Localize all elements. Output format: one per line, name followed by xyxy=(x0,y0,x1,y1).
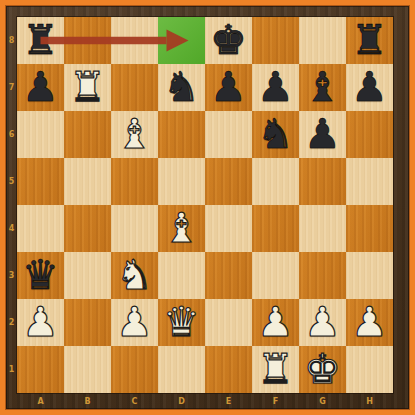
square-h1[interactable] xyxy=(346,346,393,393)
square-h2[interactable]: ♟︎ xyxy=(346,299,393,346)
square-b2[interactable] xyxy=(64,299,111,346)
white-bishop-d4[interactable]: ♝︎ xyxy=(163,205,200,252)
square-g7[interactable]: ♝︎ xyxy=(299,64,346,111)
white-pawn-h2[interactable]: ♟︎ xyxy=(351,299,388,346)
square-d8[interactable] xyxy=(158,17,205,64)
black-rook-h8[interactable]: ♜︎ xyxy=(351,17,388,64)
white-queen-d2[interactable]: ♛︎ xyxy=(163,299,200,346)
file-label-h: H xyxy=(346,393,393,409)
square-d3[interactable] xyxy=(158,252,205,299)
white-rook-f1[interactable]: ♜︎ xyxy=(257,346,294,393)
file-label-b: B xyxy=(64,393,111,409)
square-d2[interactable]: ♛︎ xyxy=(158,299,205,346)
square-c5[interactable] xyxy=(111,158,158,205)
rank-label-7: 7 xyxy=(6,64,17,111)
square-f4[interactable] xyxy=(252,205,299,252)
square-c8[interactable] xyxy=(111,17,158,64)
square-f7[interactable]: ♟︎ xyxy=(252,64,299,111)
square-g1[interactable]: ♚︎ xyxy=(299,346,346,393)
square-c4[interactable] xyxy=(111,205,158,252)
square-c2[interactable]: ♟︎ xyxy=(111,299,158,346)
square-b3[interactable] xyxy=(64,252,111,299)
square-e2[interactable] xyxy=(205,299,252,346)
square-b6[interactable] xyxy=(64,111,111,158)
file-label-g: G xyxy=(299,393,346,409)
square-a8[interactable]: ♜︎ xyxy=(17,17,64,64)
black-pawn-a7[interactable]: ♟︎ xyxy=(22,64,59,111)
rank-label-6: 6 xyxy=(6,111,17,158)
square-a7[interactable]: ♟︎ xyxy=(17,64,64,111)
white-bishop-c6[interactable]: ♝︎ xyxy=(116,111,153,158)
square-g2[interactable]: ♟︎ xyxy=(299,299,346,346)
rank-label-4: 4 xyxy=(6,205,17,252)
rank-label-2: 2 xyxy=(6,299,17,346)
black-pawn-h7[interactable]: ♟︎ xyxy=(351,64,388,111)
square-b4[interactable] xyxy=(64,205,111,252)
square-h3[interactable] xyxy=(346,252,393,299)
square-a6[interactable] xyxy=(17,111,64,158)
square-e6[interactable] xyxy=(205,111,252,158)
square-e3[interactable] xyxy=(205,252,252,299)
square-g4[interactable] xyxy=(299,205,346,252)
square-b1[interactable] xyxy=(64,346,111,393)
square-h6[interactable] xyxy=(346,111,393,158)
black-pawn-e7[interactable]: ♟︎ xyxy=(210,64,247,111)
square-c3[interactable]: ♞︎ xyxy=(111,252,158,299)
square-a3[interactable]: ♛︎ xyxy=(17,252,64,299)
square-a1[interactable] xyxy=(17,346,64,393)
black-pawn-g6[interactable]: ♟︎ xyxy=(304,111,341,158)
white-pawn-f2[interactable]: ♟︎ xyxy=(257,299,294,346)
file-label-c: C xyxy=(111,393,158,409)
square-h4[interactable] xyxy=(346,205,393,252)
square-g8[interactable] xyxy=(299,17,346,64)
square-e7[interactable]: ♟︎ xyxy=(205,64,252,111)
black-queen-a3[interactable]: ♛︎ xyxy=(22,252,59,299)
square-h7[interactable]: ♟︎ xyxy=(346,64,393,111)
square-f3[interactable] xyxy=(252,252,299,299)
rank-label-8: 8 xyxy=(6,17,17,64)
square-d7[interactable]: ♞︎ xyxy=(158,64,205,111)
white-rook-b7[interactable]: ♜︎ xyxy=(69,64,106,111)
square-d1[interactable] xyxy=(158,346,205,393)
black-knight-f6[interactable]: ♞︎ xyxy=(257,111,294,158)
square-e8[interactable]: ♚︎ xyxy=(205,17,252,64)
square-b8[interactable] xyxy=(64,17,111,64)
rank-label-3: 3 xyxy=(6,252,17,299)
black-bishop-g7[interactable]: ♝︎ xyxy=(304,64,341,111)
rank-labels: 87654321 xyxy=(6,17,17,393)
square-h5[interactable] xyxy=(346,158,393,205)
white-pawn-g2[interactable]: ♟︎ xyxy=(304,299,341,346)
square-a2[interactable]: ♟︎ xyxy=(17,299,64,346)
square-h8[interactable]: ♜︎ xyxy=(346,17,393,64)
file-labels: ABCDEFGH xyxy=(17,393,393,409)
square-d4[interactable]: ♝︎ xyxy=(158,205,205,252)
square-c6[interactable]: ♝︎ xyxy=(111,111,158,158)
square-g3[interactable] xyxy=(299,252,346,299)
chess-board-window: ♜︎♚︎♜︎♟︎♜︎♞︎♟︎♟︎♝︎♟︎♝︎♞︎♟︎♝︎♛︎♞︎♟︎♟︎♛︎♟︎… xyxy=(0,0,415,415)
square-b7[interactable]: ♜︎ xyxy=(64,64,111,111)
square-f8[interactable] xyxy=(252,17,299,64)
chess-board: ♜︎♚︎♜︎♟︎♜︎♞︎♟︎♟︎♝︎♟︎♝︎♞︎♟︎♝︎♛︎♞︎♟︎♟︎♛︎♟︎… xyxy=(17,17,393,393)
square-f1[interactable]: ♜︎ xyxy=(252,346,299,393)
square-g5[interactable] xyxy=(299,158,346,205)
file-label-e: E xyxy=(205,393,252,409)
black-pawn-f7[interactable]: ♟︎ xyxy=(257,64,294,111)
square-d6[interactable] xyxy=(158,111,205,158)
black-king-e8[interactable]: ♚︎ xyxy=(210,17,247,64)
square-c7[interactable] xyxy=(111,64,158,111)
white-pawn-a2[interactable]: ♟︎ xyxy=(22,299,59,346)
rank-label-1: 1 xyxy=(6,346,17,393)
square-d5[interactable] xyxy=(158,158,205,205)
square-e4[interactable] xyxy=(205,205,252,252)
square-e5[interactable] xyxy=(205,158,252,205)
file-label-d: D xyxy=(158,393,205,409)
square-g6[interactable]: ♟︎ xyxy=(299,111,346,158)
square-c1[interactable] xyxy=(111,346,158,393)
black-rook-a8[interactable]: ♜︎ xyxy=(22,17,59,64)
black-knight-d7[interactable]: ♞︎ xyxy=(163,64,200,111)
square-f6[interactable]: ♞︎ xyxy=(252,111,299,158)
white-pawn-c2[interactable]: ♟︎ xyxy=(116,299,153,346)
file-label-a: A xyxy=(17,393,64,409)
square-a4[interactable] xyxy=(17,205,64,252)
square-f5[interactable] xyxy=(252,158,299,205)
file-label-f: F xyxy=(252,393,299,409)
square-f2[interactable]: ♟︎ xyxy=(252,299,299,346)
square-b5[interactable] xyxy=(64,158,111,205)
white-knight-c3[interactable]: ♞︎ xyxy=(116,252,153,299)
square-a5[interactable] xyxy=(17,158,64,205)
square-e1[interactable] xyxy=(205,346,252,393)
rank-label-5: 5 xyxy=(6,158,17,205)
white-king-g1[interactable]: ♚︎ xyxy=(304,346,341,393)
